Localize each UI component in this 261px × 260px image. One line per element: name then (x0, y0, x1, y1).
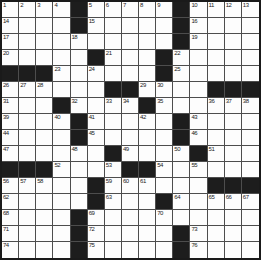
cell-r1c13[interactable]: 11 (208, 2, 225, 18)
cell-r3c2[interactable] (19, 34, 36, 50)
black-cell-r3c11 (173, 34, 190, 50)
cell-r10c5[interactable]: 48 (71, 146, 88, 162)
clue-number-26: 26 (3, 82, 9, 89)
cell-r15c1[interactable]: 71 (2, 226, 19, 242)
cell-r10c14[interactable] (225, 146, 242, 162)
clue-number-42: 42 (140, 114, 146, 121)
cell-r13c9[interactable] (139, 194, 156, 210)
cell-r12c2[interactable]: 57 (19, 178, 36, 194)
cell-r4c13[interactable] (208, 50, 225, 66)
cell-r11c11[interactable] (173, 162, 190, 178)
cell-r6c12[interactable] (190, 82, 207, 98)
black-cell-r11c8 (122, 162, 139, 178)
clue-number-6: 6 (106, 2, 109, 9)
clue-number-10: 10 (191, 2, 197, 9)
cell-r5c15[interactable] (242, 66, 259, 82)
cell-r6c10[interactable]: 30 (156, 82, 173, 98)
cell-r7c5[interactable]: 32 (71, 98, 88, 114)
cell-r12c7[interactable]: 59 (105, 178, 122, 194)
black-cell-r4c10 (156, 50, 173, 66)
clue-number-30: 30 (157, 82, 163, 89)
clue-number-59: 59 (106, 178, 112, 185)
clue-number-50: 50 (174, 146, 180, 153)
cell-r1c6[interactable]: 5 (88, 2, 105, 18)
cell-r14c3[interactable] (36, 210, 53, 226)
clue-number-13: 13 (243, 2, 249, 9)
cell-r3c4[interactable] (53, 34, 70, 50)
cell-r8c13[interactable] (208, 114, 225, 130)
cell-r16c6[interactable]: 75 (88, 242, 105, 258)
clue-number-34: 34 (123, 98, 129, 105)
cell-r13c5[interactable] (71, 194, 88, 210)
clue-number-70: 70 (157, 210, 163, 217)
cell-r12c10[interactable] (156, 178, 173, 194)
cell-r16c9[interactable] (139, 242, 156, 258)
cell-r4c1[interactable]: 20 (2, 50, 19, 66)
cell-r16c3[interactable] (36, 242, 53, 258)
black-cell-r6c8 (122, 82, 139, 98)
cell-r8c8[interactable] (122, 114, 139, 130)
cell-r3c1[interactable]: 17 (2, 34, 19, 50)
cell-r2c8[interactable] (122, 18, 139, 34)
cell-r13c11[interactable]: 64 (173, 194, 190, 210)
cell-r13c2[interactable] (19, 194, 36, 210)
clue-number-3: 3 (37, 2, 40, 9)
cell-r14c6[interactable]: 69 (88, 210, 105, 226)
cell-r1c10[interactable]: 9 (156, 2, 173, 18)
cell-r14c15[interactable] (242, 210, 259, 226)
clue-number-55: 55 (191, 162, 197, 169)
clue-number-7: 7 (123, 2, 126, 9)
cell-r4c15[interactable] (242, 50, 259, 66)
cell-r7c8[interactable]: 34 (122, 98, 139, 114)
cell-r7c10[interactable]: 35 (156, 98, 173, 114)
clue-number-71: 71 (3, 226, 9, 233)
cell-r15c8[interactable] (122, 226, 139, 242)
cell-r2c4[interactable] (53, 18, 70, 34)
cell-r11c14[interactable] (225, 162, 242, 178)
cell-r11c13[interactable] (208, 162, 225, 178)
cell-r16c7[interactable] (105, 242, 122, 258)
cell-r1c12[interactable]: 10 (190, 2, 207, 18)
cell-r3c13[interactable] (208, 34, 225, 50)
cell-r15c4[interactable] (53, 226, 70, 242)
cell-r8c12[interactable]: 43 (190, 114, 207, 130)
cell-r4c9[interactable] (139, 50, 156, 66)
cell-r10c9[interactable] (139, 146, 156, 162)
cell-r5c13[interactable] (208, 66, 225, 82)
clue-number-31: 31 (3, 98, 9, 105)
cell-r2c10[interactable] (156, 18, 173, 34)
cell-r15c9[interactable] (139, 226, 156, 242)
clue-number-32: 32 (72, 98, 78, 105)
clue-number-58: 58 (37, 178, 43, 185)
cell-r16c8[interactable] (122, 242, 139, 258)
cell-r14c7[interactable] (105, 210, 122, 226)
cell-r16c10[interactable] (156, 242, 173, 258)
cell-r4c4[interactable] (53, 50, 70, 66)
cell-r5c14[interactable] (225, 66, 242, 82)
cell-r7c1[interactable]: 31 (2, 98, 19, 114)
cell-r1c2[interactable]: 2 (19, 2, 36, 18)
clue-number-73: 73 (191, 226, 197, 233)
black-cell-r6c7 (105, 82, 122, 98)
cell-r7c7[interactable]: 33 (105, 98, 122, 114)
cell-r11c7[interactable]: 53 (105, 162, 122, 178)
clue-number-72: 72 (89, 226, 95, 233)
cell-r9c8[interactable] (122, 130, 139, 146)
clue-number-27: 27 (20, 82, 26, 89)
cell-r15c14[interactable] (225, 226, 242, 242)
clue-number-20: 20 (3, 50, 9, 57)
cell-r16c15[interactable] (242, 242, 259, 258)
clue-number-63: 63 (106, 194, 112, 201)
clue-number-36: 36 (209, 98, 215, 105)
cell-r14c8[interactable] (122, 210, 139, 226)
cell-r16c2[interactable] (19, 242, 36, 258)
cell-r3c8[interactable] (122, 34, 139, 50)
cell-r4c3[interactable] (36, 50, 53, 66)
clue-number-60: 60 (123, 178, 129, 185)
cell-r2c9[interactable] (139, 18, 156, 34)
cell-r10c2[interactable] (19, 146, 36, 162)
black-cell-r5c2 (19, 66, 36, 82)
black-cell-r7c4 (53, 98, 70, 114)
clue-number-53: 53 (106, 162, 112, 169)
cell-r11c6[interactable] (88, 162, 105, 178)
cell-r12c11[interactable] (173, 178, 190, 194)
cell-r15c10[interactable] (156, 226, 173, 242)
clue-number-41: 41 (89, 114, 95, 121)
black-cell-r16c11 (173, 242, 190, 258)
cell-r3c7[interactable] (105, 34, 122, 50)
cell-r12c8[interactable]: 60 (122, 178, 139, 194)
cell-r3c9[interactable] (139, 34, 156, 50)
cell-r12c5[interactable] (71, 178, 88, 194)
clue-number-76: 76 (191, 242, 197, 249)
black-cell-r10c7 (105, 146, 122, 162)
black-cell-r13c10 (156, 194, 173, 210)
clue-number-16: 16 (191, 18, 197, 25)
cell-r9c14[interactable] (225, 130, 242, 146)
clue-number-4: 4 (54, 2, 57, 9)
cell-r8c15[interactable] (242, 114, 259, 130)
cell-r8c7[interactable] (105, 114, 122, 130)
cell-r4c8[interactable] (122, 50, 139, 66)
clue-number-39: 39 (3, 114, 9, 121)
cell-r5c5[interactable] (71, 66, 88, 82)
cell-r7c12[interactable] (190, 98, 207, 114)
cell-r8c6[interactable]: 41 (88, 114, 105, 130)
cell-r8c10[interactable] (156, 114, 173, 130)
cell-r3c12[interactable]: 19 (190, 34, 207, 50)
cell-r10c3[interactable] (36, 146, 53, 162)
cell-r11c4[interactable]: 52 (53, 162, 70, 178)
cell-r2c1[interactable]: 14 (2, 18, 19, 34)
cell-r14c2[interactable] (19, 210, 36, 226)
cell-r15c13[interactable] (208, 226, 225, 242)
cell-r1c1[interactable]: 1 (2, 2, 19, 18)
clue-number-54: 54 (157, 162, 163, 169)
clue-number-5: 5 (89, 2, 92, 9)
cell-r9c4[interactable] (53, 130, 70, 146)
cell-r14c12[interactable] (190, 210, 207, 226)
clue-number-23: 23 (54, 66, 60, 73)
cell-r14c13[interactable] (208, 210, 225, 226)
clue-number-19: 19 (191, 34, 197, 41)
cell-r15c2[interactable] (19, 226, 36, 242)
clue-number-46: 46 (191, 130, 197, 137)
cell-r14c4[interactable] (53, 210, 70, 226)
black-cell-r11c1 (2, 162, 19, 178)
clue-number-65: 65 (209, 194, 215, 201)
black-cell-r9c11 (173, 130, 190, 146)
cell-r1c4[interactable]: 4 (53, 2, 70, 18)
cell-r15c15[interactable] (242, 226, 259, 242)
clue-number-24: 24 (89, 66, 95, 73)
cell-r12c4[interactable] (53, 178, 70, 194)
cell-r2c15[interactable] (242, 18, 259, 34)
black-cell-r2c5 (71, 18, 88, 34)
cell-r8c1[interactable]: 39 (2, 114, 19, 130)
clue-number-1: 1 (3, 2, 6, 9)
cell-r8c4[interactable]: 40 (53, 114, 70, 130)
cell-r13c7[interactable]: 63 (105, 194, 122, 210)
clue-number-17: 17 (3, 34, 9, 41)
cell-r4c7[interactable]: 21 (105, 50, 122, 66)
clue-number-28: 28 (37, 82, 43, 89)
black-cell-r4c6 (88, 50, 105, 66)
cell-r12c3[interactable]: 58 (36, 178, 53, 194)
clue-number-22: 22 (174, 50, 180, 57)
cell-r1c14[interactable]: 12 (225, 2, 242, 18)
cell-r11c10[interactable]: 54 (156, 162, 173, 178)
clue-number-15: 15 (89, 18, 95, 25)
cell-r9c9[interactable] (139, 130, 156, 146)
cell-r4c12[interactable] (190, 50, 207, 66)
cell-r14c14[interactable] (225, 210, 242, 226)
black-cell-r9c5 (71, 130, 88, 146)
cell-r3c5[interactable]: 18 (71, 34, 88, 50)
clue-number-74: 74 (3, 242, 9, 249)
cell-r15c12[interactable]: 73 (190, 226, 207, 242)
clue-number-33: 33 (106, 98, 112, 105)
cell-r2c6[interactable]: 15 (88, 18, 105, 34)
cell-r2c14[interactable] (225, 18, 242, 34)
cell-r2c2[interactable] (19, 18, 36, 34)
black-cell-r14c5 (71, 210, 88, 226)
cell-r13c13[interactable]: 65 (208, 194, 225, 210)
clue-number-75: 75 (89, 242, 95, 249)
clue-number-12: 12 (226, 2, 232, 9)
clue-number-11: 11 (209, 2, 214, 9)
black-cell-r6c15 (242, 82, 259, 98)
clue-number-69: 69 (89, 210, 95, 217)
cell-r1c8[interactable]: 7 (122, 2, 139, 18)
cell-r5c7[interactable] (105, 66, 122, 82)
cell-r9c6[interactable]: 45 (88, 130, 105, 146)
cell-r15c3[interactable] (36, 226, 53, 242)
cell-r9c15[interactable] (242, 130, 259, 146)
black-cell-r12c14 (225, 178, 242, 194)
cell-r9c2[interactable] (19, 130, 36, 146)
cell-r6c2[interactable]: 27 (19, 82, 36, 98)
cell-r16c12[interactable]: 76 (190, 242, 207, 258)
cell-r11c12[interactable]: 55 (190, 162, 207, 178)
cell-r5c12[interactable] (190, 66, 207, 82)
black-cell-r11c2 (19, 162, 36, 178)
cell-r6c4[interactable] (53, 82, 70, 98)
cell-r6c3[interactable]: 28 (36, 82, 53, 98)
black-cell-r15c5 (71, 226, 88, 242)
cell-r13c3[interactable] (36, 194, 53, 210)
cell-r3c3[interactable] (36, 34, 53, 50)
cell-r13c4[interactable] (53, 194, 70, 210)
clue-number-57: 57 (20, 178, 26, 185)
cell-r11c15[interactable] (242, 162, 259, 178)
cell-r11c5[interactable] (71, 162, 88, 178)
clue-number-68: 68 (3, 210, 9, 217)
cell-r9c3[interactable] (36, 130, 53, 146)
cell-r7c11[interactable] (173, 98, 190, 114)
cell-r7c15[interactable]: 38 (242, 98, 259, 114)
clue-number-48: 48 (72, 146, 78, 153)
black-cell-r13c6 (88, 194, 105, 210)
clue-number-61: 61 (140, 178, 146, 185)
cell-r1c3[interactable]: 3 (36, 2, 53, 18)
cell-r15c6[interactable]: 72 (88, 226, 105, 242)
cell-r2c7[interactable] (105, 18, 122, 34)
cell-r13c8[interactable] (122, 194, 139, 210)
cell-r5c8[interactable] (122, 66, 139, 82)
cell-r7c6[interactable] (88, 98, 105, 114)
cell-r1c9[interactable]: 8 (139, 2, 156, 18)
cell-r16c13[interactable] (208, 242, 225, 258)
cell-r6c11[interactable] (173, 82, 190, 98)
cell-r14c11[interactable] (173, 210, 190, 226)
cell-r3c10[interactable] (156, 34, 173, 50)
cell-r8c9[interactable]: 42 (139, 114, 156, 130)
cell-r9c1[interactable]: 44 (2, 130, 19, 146)
cell-r13c1[interactable]: 62 (2, 194, 19, 210)
cell-r7c13[interactable]: 36 (208, 98, 225, 114)
cell-r6c1[interactable]: 26 (2, 82, 19, 98)
cell-r10c6[interactable] (88, 146, 105, 162)
cell-r16c1[interactable]: 74 (2, 242, 19, 258)
cell-r7c2[interactable] (19, 98, 36, 114)
cell-r8c14[interactable] (225, 114, 242, 130)
cell-r7c14[interactable]: 37 (225, 98, 242, 114)
cell-r10c4[interactable] (53, 146, 70, 162)
clue-number-38: 38 (243, 98, 249, 105)
cell-r8c3[interactable] (36, 114, 53, 130)
cell-r4c5[interactable] (71, 50, 88, 66)
cell-r4c14[interactable] (225, 50, 242, 66)
clue-number-49: 49 (123, 146, 129, 153)
clue-number-21: 21 (106, 50, 112, 57)
black-cell-r6c13 (208, 82, 225, 98)
black-cell-r12c13 (208, 178, 225, 194)
cell-r10c1[interactable]: 47 (2, 146, 19, 162)
cell-r10c11[interactable]: 50 (173, 146, 190, 162)
black-cell-r8c11 (173, 114, 190, 130)
cell-r13c12[interactable] (190, 194, 207, 210)
clue-number-64: 64 (174, 194, 180, 201)
cell-r1c7[interactable]: 6 (105, 2, 122, 18)
cell-r1c15[interactable]: 13 (242, 2, 259, 18)
cell-r3c6[interactable] (88, 34, 105, 50)
black-cell-r5c3 (36, 66, 53, 82)
black-cell-r10c12 (190, 146, 207, 162)
cell-r3c14[interactable] (225, 34, 242, 50)
cell-r9c12[interactable]: 46 (190, 130, 207, 146)
black-cell-r1c11 (173, 2, 190, 18)
clue-number-2: 2 (20, 2, 23, 9)
cell-r7c3[interactable] (36, 98, 53, 114)
clue-number-51: 51 (209, 146, 215, 153)
cell-r9c13[interactable] (208, 130, 225, 146)
cell-r13c15[interactable]: 67 (242, 194, 259, 210)
black-cell-r12c15 (242, 178, 259, 194)
cell-r6c9[interactable]: 29 (139, 82, 156, 98)
cell-r9c7[interactable] (105, 130, 122, 146)
cell-r5c6[interactable]: 24 (88, 66, 105, 82)
cell-r12c12[interactable] (190, 178, 207, 194)
cell-r12c1[interactable]: 56 (2, 178, 19, 194)
cell-r2c3[interactable] (36, 18, 53, 34)
cell-r8c2[interactable] (19, 114, 36, 130)
cell-r4c11[interactable]: 22 (173, 50, 190, 66)
cell-r5c9[interactable] (139, 66, 156, 82)
crossword-grid: 1234567891011121314151617181920212223242… (0, 0, 261, 260)
cell-r14c9[interactable] (139, 210, 156, 226)
black-cell-r11c9 (139, 162, 156, 178)
cell-r10c10[interactable] (156, 146, 173, 162)
clue-number-62: 62 (3, 194, 9, 201)
cell-r3c15[interactable] (242, 34, 259, 50)
cell-r6c5[interactable] (71, 82, 88, 98)
clue-number-45: 45 (89, 130, 95, 137)
cell-r9c10[interactable] (156, 130, 173, 146)
cell-r5c11[interactable]: 25 (173, 66, 190, 82)
cell-r2c12[interactable]: 16 (190, 18, 207, 34)
cell-r4c2[interactable] (19, 50, 36, 66)
cell-r16c4[interactable] (53, 242, 70, 258)
cell-r10c15[interactable] (242, 146, 259, 162)
cell-r2c13[interactable] (208, 18, 225, 34)
cell-r6c6[interactable] (88, 82, 105, 98)
black-cell-r7c9 (139, 98, 156, 114)
clue-number-43: 43 (191, 114, 197, 121)
black-cell-r6c14 (225, 82, 242, 98)
clue-number-29: 29 (140, 82, 146, 89)
cell-r12c9[interactable]: 61 (139, 178, 156, 194)
clue-number-9: 9 (157, 2, 160, 9)
cell-r15c7[interactable] (105, 226, 122, 242)
black-cell-r1c5 (71, 2, 88, 18)
cell-r5c4[interactable]: 23 (53, 66, 70, 82)
cell-r10c8[interactable]: 49 (122, 146, 139, 162)
cell-r10c13[interactable]: 51 (208, 146, 225, 162)
clue-number-66: 66 (226, 194, 232, 201)
cell-r14c1[interactable]: 68 (2, 210, 19, 226)
black-cell-r5c10 (156, 66, 173, 82)
cell-r14c10[interactable]: 70 (156, 210, 173, 226)
cell-r16c14[interactable] (225, 242, 242, 258)
cell-r13c14[interactable]: 66 (225, 194, 242, 210)
clue-number-14: 14 (3, 18, 9, 25)
black-cell-r12c6 (88, 178, 105, 194)
